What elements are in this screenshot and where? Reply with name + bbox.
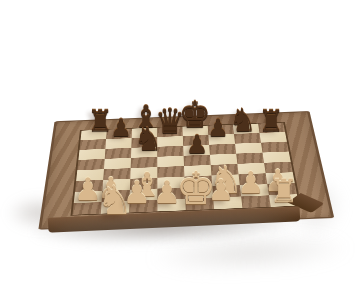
piece-white-king-e1[interactable]: ♚ [176, 166, 216, 211]
board-reflection-front [149, 231, 351, 275]
piece-white-pawn-c2[interactable]: ♟ [123, 177, 151, 208]
piece-black-pawn-b7[interactable]: ♟ [110, 116, 132, 140]
piece-black-rook-a8[interactable]: ♜ [87, 107, 113, 136]
piece-white-rook-h1[interactable]: ♜ [270, 175, 299, 207]
chessboard-photo: ♝♜♟♛♚♟♞♜♟♞♞♟♟♟♜♟♟♞♝♟♟♚ [0, 0, 355, 295]
piece-black-pawn-f7[interactable]: ♟ [207, 116, 229, 140]
piece-black-pawn-e5[interactable]: ♟ [186, 132, 208, 157]
piece-black-rook-h8[interactable]: ♜ [258, 107, 284, 136]
piece-black-knight-c6[interactable]: ♞ [134, 123, 163, 155]
piece-black-knight-g8[interactable]: ♞ [229, 105, 257, 136]
piece-white-pawn-g2[interactable]: ♟ [238, 168, 265, 198]
